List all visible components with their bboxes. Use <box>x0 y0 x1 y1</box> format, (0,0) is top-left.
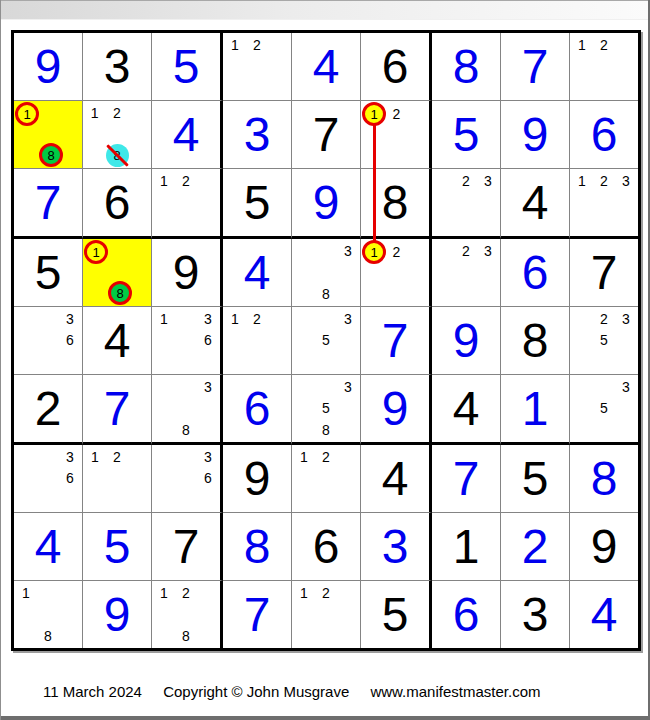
cell-value: 7 <box>570 239 638 306</box>
cell-r8c4[interactable]: 8 <box>223 513 292 581</box>
candidate-1: 1 <box>224 34 246 56</box>
cell-value: 3 <box>361 513 429 580</box>
cell-r5c3[interactable]: 136 <box>152 307 223 375</box>
cell-r3c4[interactable]: 5 <box>223 169 292 239</box>
cell-r1c8[interactable]: 7 <box>501 33 570 101</box>
cell-r2c7[interactable]: 5 <box>432 101 501 169</box>
candidate-6: 6 <box>197 468 219 490</box>
cell-r6c5[interactable]: 358 <box>292 375 361 445</box>
pencil-marks: 18 <box>15 102 81 167</box>
cell-r1c6[interactable]: 6 <box>361 33 432 101</box>
candidate-1: 1 <box>153 308 175 330</box>
footer-copyright: Copyright © John Musgrave <box>163 683 349 700</box>
candidate-3: 3 <box>337 240 359 262</box>
cell-r7c5[interactable]: 12 <box>292 445 361 513</box>
candidate-1: 1 <box>84 102 106 123</box>
pencil-marks: 36 <box>153 446 219 511</box>
pencil-marks: 128 <box>153 582 219 647</box>
candidate-1: 1 <box>153 170 175 192</box>
cell-r7c8[interactable]: 5 <box>501 445 570 513</box>
cell-r3c5[interactable]: 9 <box>292 169 361 239</box>
app-window: 9351246871218128437125967612598234123518… <box>0 0 650 720</box>
cell-r7c9[interactable]: 8 <box>570 445 638 513</box>
cell-r1c4[interactable]: 12 <box>223 33 292 101</box>
window-bottom-edge <box>1 716 648 720</box>
cell-value: 8 <box>432 33 500 100</box>
circled-candidate-1: 1 <box>362 240 386 264</box>
cell-value: 9 <box>570 513 638 580</box>
candidate-1: 1 <box>84 240 108 264</box>
cell-value: 7 <box>292 101 360 168</box>
footer: 11 March 2024 Copyright © John Musgrave … <box>43 683 557 700</box>
sudoku-grid: 9351246871218128437125967612598234123518… <box>11 30 641 651</box>
candidate-1: 1 <box>362 102 386 126</box>
candidate-2: 2 <box>246 308 268 330</box>
pencil-marks: 38 <box>293 240 359 305</box>
cell-value: 9 <box>501 101 569 168</box>
cell-r6c6[interactable]: 9 <box>361 375 432 445</box>
cell-r3c9[interactable]: 123 <box>570 169 638 239</box>
circled-candidate-8: 8 <box>108 281 132 305</box>
candidate-2: 2 <box>246 34 268 56</box>
cell-r6c7[interactable]: 4 <box>432 375 501 445</box>
cell-value: 6 <box>223 375 291 442</box>
cell-value: 1 <box>501 375 569 442</box>
cell-value: 5 <box>152 33 220 100</box>
cell-value: 7 <box>83 375 151 442</box>
candidate-3: 3 <box>337 308 359 330</box>
candidate-2: 2 <box>455 170 477 192</box>
candidate-8: 8 <box>37 625 59 647</box>
candidate-3: 3 <box>477 170 499 192</box>
cell-r7c6[interactable]: 4 <box>361 445 432 513</box>
candidate-1: 1 <box>293 446 315 468</box>
pencil-marks: 12 <box>571 34 637 99</box>
cell-r6c1[interactable]: 2 <box>14 375 83 445</box>
cell-r5c6[interactable]: 7 <box>361 307 432 375</box>
candidate-8: 8 <box>315 283 337 305</box>
cell-value: 3 <box>501 581 569 648</box>
candidate-3: 3 <box>477 240 499 262</box>
candidate-2: 2 <box>175 170 197 192</box>
cell-r7c7[interactable]: 7 <box>432 445 501 513</box>
window-top-bar <box>1 0 648 20</box>
cell-value: 4 <box>501 169 569 236</box>
cell-r4c6[interactable]: 12 <box>361 239 432 307</box>
cell-r4c1[interactable]: 5 <box>14 239 83 307</box>
candidate-6: 6 <box>197 330 219 352</box>
cell-value: 9 <box>361 375 429 442</box>
cell-value: 4 <box>83 307 151 374</box>
cell-r1c7[interactable]: 8 <box>432 33 501 101</box>
candidate-5: 5 <box>593 330 615 352</box>
cell-value: 7 <box>152 513 220 580</box>
cell-r2c8[interactable]: 9 <box>501 101 570 169</box>
cell-r5c7[interactable]: 9 <box>432 307 501 375</box>
cell-r5c5[interactable]: 35 <box>292 307 361 375</box>
cell-r8c5[interactable]: 6 <box>292 513 361 581</box>
candidate-2: 2 <box>175 582 197 604</box>
cell-r6c9[interactable]: 35 <box>570 375 638 445</box>
pencil-marks: 38 <box>153 376 219 441</box>
candidate-2: 2 <box>315 582 337 604</box>
cell-r6c2[interactable]: 7 <box>83 375 152 445</box>
cell-value: 7 <box>501 33 569 100</box>
cell-r4c9[interactable]: 7 <box>570 239 638 307</box>
cell-r4c5[interactable]: 38 <box>292 239 361 307</box>
circled-candidate-8: 8 <box>39 143 63 167</box>
cell-r9c8[interactable]: 3 <box>501 581 570 648</box>
cell-value: 2 <box>14 375 82 442</box>
candidate-3: 3 <box>59 308 81 330</box>
cell-value: 9 <box>83 581 151 648</box>
candidate-3: 3 <box>615 170 637 192</box>
cell-r1c5[interactable]: 4 <box>292 33 361 101</box>
pencil-marks: 18 <box>15 582 81 647</box>
candidate-5: 5 <box>593 398 615 420</box>
cell-value: 8 <box>570 445 638 512</box>
cell-r9c9[interactable]: 4 <box>570 581 638 648</box>
pencil-marks: 23 <box>433 170 499 235</box>
cell-r2c5[interactable]: 7 <box>292 101 361 169</box>
pencil-marks: 35 <box>293 308 359 373</box>
candidate-3: 3 <box>337 376 359 398</box>
cell-r2c4[interactable]: 3 <box>223 101 292 169</box>
pencil-marks: 12 <box>362 240 428 305</box>
cell-value: 5 <box>14 239 82 306</box>
pencil-marks: 12 <box>153 170 219 235</box>
cell-value: 5 <box>223 169 291 236</box>
candidate-1: 1 <box>293 582 315 604</box>
candidate-1: 1 <box>15 582 37 604</box>
cell-r4c3[interactable]: 9 <box>152 239 223 307</box>
circled-candidate-1: 1 <box>15 102 39 126</box>
cell-r8c6[interactable]: 3 <box>361 513 432 581</box>
candidate-5: 5 <box>315 398 337 420</box>
cell-r5c2[interactable]: 4 <box>83 307 152 375</box>
cell-value: 4 <box>152 101 220 168</box>
candidate-2: 2 <box>593 308 615 330</box>
candidate-2: 2 <box>106 102 129 123</box>
candidate-2: 2 <box>455 240 477 262</box>
candidate-2: 2 <box>106 446 128 468</box>
candidate-2: 2 <box>315 446 337 468</box>
pencil-marks: 128 <box>84 102 150 167</box>
cell-value: 5 <box>361 581 429 648</box>
cell-r9c6[interactable]: 5 <box>361 581 432 648</box>
cell-r1c9[interactable]: 12 <box>570 33 638 101</box>
cell-value: 8 <box>361 169 429 236</box>
candidate-8: 8 <box>39 143 63 167</box>
cell-r2c2[interactable]: 128 <box>83 101 152 169</box>
cell-r8c1[interactable]: 4 <box>14 513 83 581</box>
cell-value: 6 <box>570 101 638 168</box>
candidate-3: 3 <box>197 308 219 330</box>
cell-value: 6 <box>83 169 151 236</box>
cell-value: 7 <box>223 581 291 648</box>
cell-r9c1[interactable]: 18 <box>14 581 83 648</box>
cell-r2c1[interactable]: 18 <box>14 101 83 169</box>
pencil-marks: 12 <box>293 446 359 511</box>
candidate-1: 1 <box>15 102 39 126</box>
cell-value: 7 <box>432 445 500 512</box>
cell-r3c3[interactable]: 12 <box>152 169 223 239</box>
pencil-marks: 123 <box>571 170 637 235</box>
cell-r3c8[interactable]: 4 <box>501 169 570 239</box>
cell-r9c2[interactable]: 9 <box>83 581 152 648</box>
cell-value: 9 <box>292 169 360 236</box>
pencil-marks: 36 <box>15 446 81 511</box>
cell-r9c4[interactable]: 7 <box>223 581 292 648</box>
cell-r6c3[interactable]: 38 <box>152 375 223 445</box>
cell-value: 4 <box>223 239 291 306</box>
pencil-marks: 18 <box>84 240 150 305</box>
cell-r8c9[interactable]: 9 <box>570 513 638 581</box>
cell-r9c7[interactable]: 6 <box>432 581 501 648</box>
cell-value: 8 <box>223 513 291 580</box>
cell-r5c1[interactable]: 36 <box>14 307 83 375</box>
cell-r6c4[interactable]: 6 <box>223 375 292 445</box>
cell-value: 1 <box>432 513 500 580</box>
candidate-6: 6 <box>59 330 81 352</box>
cell-value: 6 <box>292 513 360 580</box>
cell-value: 5 <box>83 513 151 580</box>
candidate-1: 1 <box>224 308 246 330</box>
cell-value: 4 <box>432 375 500 442</box>
cell-r4c4[interactable]: 4 <box>223 239 292 307</box>
cell-r8c7[interactable]: 1 <box>432 513 501 581</box>
candidate-3: 3 <box>59 446 81 468</box>
cell-r6c8[interactable]: 1 <box>501 375 570 445</box>
cell-r1c1[interactable]: 9 <box>14 33 83 101</box>
pencil-marks: 12 <box>293 582 359 647</box>
cell-value: 7 <box>14 169 82 236</box>
cell-r9c5[interactable]: 12 <box>292 581 361 648</box>
candidate-8: 8 <box>175 419 197 441</box>
cell-r2c3[interactable]: 4 <box>152 101 223 169</box>
cell-r1c2[interactable]: 3 <box>83 33 152 101</box>
candidate-2: 2 <box>386 240 407 264</box>
cell-value: 5 <box>432 101 500 168</box>
cell-value: 9 <box>14 33 82 100</box>
cell-r5c4[interactable]: 12 <box>223 307 292 375</box>
candidate-2: 2 <box>593 170 615 192</box>
candidate-2: 2 <box>593 34 615 56</box>
pencil-marks: 235 <box>571 308 637 373</box>
cell-r4c2[interactable]: 18 <box>83 239 152 307</box>
cell-value: 4 <box>361 445 429 512</box>
pencil-marks: 35 <box>571 376 637 441</box>
chain-link-line <box>373 114 376 252</box>
pencil-marks: 358 <box>293 376 359 441</box>
candidate-8: 8 <box>315 419 337 441</box>
candidate-3: 3 <box>197 376 219 398</box>
cell-value: 4 <box>570 581 638 648</box>
candidate-1: 1 <box>153 582 175 604</box>
cell-value: 9 <box>152 239 220 306</box>
candidate-1: 1 <box>362 240 386 264</box>
pencil-marks: 36 <box>15 308 81 373</box>
cell-r4c7[interactable]: 23 <box>432 239 501 307</box>
cell-value: 4 <box>14 513 82 580</box>
cell-r9c3[interactable]: 128 <box>152 581 223 648</box>
candidate-2: 2 <box>386 102 407 126</box>
cell-r1c3[interactable]: 5 <box>152 33 223 101</box>
cell-value: 3 <box>83 33 151 100</box>
circled-candidate-1: 1 <box>84 240 108 264</box>
cell-value: 4 <box>292 33 360 100</box>
cell-value: 5 <box>501 445 569 512</box>
candidate-5: 5 <box>315 330 337 352</box>
eliminated-candidate-8: 8 <box>106 144 129 167</box>
pencil-marks: 12 <box>84 446 150 511</box>
pencil-marks: 12 <box>224 308 290 373</box>
cell-r5c9[interactable]: 235 <box>570 307 638 375</box>
cell-value: 6 <box>361 33 429 100</box>
cell-value: 9 <box>223 445 291 512</box>
candidate-8: 8 <box>108 281 132 305</box>
cell-value: 2 <box>501 513 569 580</box>
cell-value: 8 <box>501 307 569 374</box>
candidate-1: 1 <box>84 446 106 468</box>
cell-r8c8[interactable]: 2 <box>501 513 570 581</box>
cell-r4c8[interactable]: 6 <box>501 239 570 307</box>
cell-r3c2[interactable]: 6 <box>83 169 152 239</box>
footer-date: 11 March 2024 <box>43 683 142 700</box>
cell-r2c9[interactable]: 6 <box>570 101 638 169</box>
candidate-6: 6 <box>59 468 81 490</box>
cell-value: 7 <box>361 307 429 374</box>
candidate-8: 8 <box>175 625 197 647</box>
candidate-3: 3 <box>615 308 637 330</box>
cell-r3c7[interactable]: 23 <box>432 169 501 239</box>
cell-r5c8[interactable]: 8 <box>501 307 570 375</box>
cell-value: 3 <box>223 101 291 168</box>
cell-value: 9 <box>432 307 500 374</box>
pencil-marks: 136 <box>153 308 219 373</box>
cell-r8c3[interactable]: 7 <box>152 513 223 581</box>
cell-r7c4[interactable]: 9 <box>223 445 292 513</box>
candidate-1: 1 <box>571 34 593 56</box>
cell-value: 6 <box>501 239 569 306</box>
cell-r7c1[interactable]: 36 <box>14 445 83 513</box>
candidate-1: 1 <box>571 170 593 192</box>
cell-r7c3[interactable]: 36 <box>152 445 223 513</box>
pencil-marks: 12 <box>224 34 290 99</box>
pencil-marks: 23 <box>433 240 499 305</box>
candidate-3: 3 <box>615 376 637 398</box>
cell-r7c2[interactable]: 12 <box>83 445 152 513</box>
cell-r3c1[interactable]: 7 <box>14 169 83 239</box>
candidate-3: 3 <box>197 446 219 468</box>
cell-r8c2[interactable]: 5 <box>83 513 152 581</box>
footer-website: www.manifestmaster.com <box>370 683 540 700</box>
cell-value: 6 <box>432 581 500 648</box>
circled-candidate-1: 1 <box>362 102 386 126</box>
candidate-8: 8 <box>106 144 129 167</box>
